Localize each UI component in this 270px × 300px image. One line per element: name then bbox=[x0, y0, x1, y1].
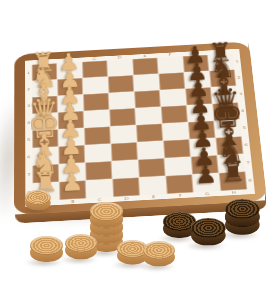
square-a1 bbox=[32, 63, 57, 81]
checker-shadow bbox=[25, 258, 63, 267]
checker-shadow bbox=[138, 262, 175, 271]
square-a4 bbox=[107, 59, 133, 77]
square-b8 bbox=[209, 69, 236, 87]
square-c6 bbox=[160, 89, 187, 107]
square-c5 bbox=[134, 90, 161, 108]
square-d5 bbox=[135, 107, 162, 125]
checker-shadow bbox=[60, 255, 97, 264]
coord-label: 2 bbox=[235, 69, 243, 86]
square-a7 bbox=[183, 55, 210, 72]
white-rook-h1: ♜ bbox=[31, 167, 59, 196]
square-b3 bbox=[83, 77, 109, 95]
chessboard-scene: ABCDEFGH ABCDEFGH 12345678 12345678 ♜♟♟♜… bbox=[7, 0, 264, 254]
product-photo-chess-set: ABCDEFGH ABCDEFGH 12345678 12345678 ♜♟♟♜… bbox=[0, 0, 270, 300]
coord-label: 1 bbox=[233, 53, 241, 69]
square-b6 bbox=[159, 72, 186, 90]
square-b2 bbox=[57, 78, 83, 96]
square-c7 bbox=[185, 87, 212, 105]
coord-label: 1 bbox=[25, 65, 31, 81]
black-pawn-h7: ♟ bbox=[192, 161, 220, 187]
square-a3 bbox=[82, 60, 108, 78]
coord-label: 2 bbox=[26, 81, 32, 98]
square-c3 bbox=[83, 93, 109, 111]
square-d3 bbox=[84, 110, 110, 128]
checker-shadow bbox=[112, 261, 148, 269]
checker-side bbox=[143, 248, 175, 266]
square-c2 bbox=[58, 94, 84, 112]
square-a5 bbox=[132, 58, 158, 76]
square-d4 bbox=[109, 108, 136, 126]
black-rook-h8: ♜ bbox=[218, 157, 246, 186]
square-b7 bbox=[184, 71, 211, 89]
square-a8 bbox=[208, 53, 235, 70]
square-b4 bbox=[108, 75, 134, 93]
white-pawn-h2: ♟ bbox=[58, 169, 86, 195]
square-d6 bbox=[161, 105, 188, 123]
square-c4 bbox=[109, 91, 135, 109]
chessboard-3d: ABCDEFGH ABCDEFGH 12345678 12345678 ♜♟♟♜… bbox=[14, 41, 267, 215]
square-a2 bbox=[57, 62, 83, 80]
square-b1 bbox=[32, 79, 58, 97]
square-a6 bbox=[157, 56, 183, 73]
square-b5 bbox=[133, 74, 159, 92]
checker-side bbox=[117, 247, 148, 265]
